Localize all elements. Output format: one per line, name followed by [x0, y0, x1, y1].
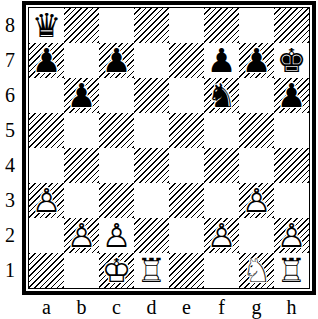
- square-d5[interactable]: [134, 113, 169, 148]
- square-b1[interactable]: [64, 253, 99, 288]
- white-pawn[interactable]: ♟♙: [204, 218, 239, 253]
- square-e6[interactable]: [169, 78, 204, 113]
- square-b8[interactable]: [64, 8, 99, 43]
- square-b5[interactable]: [64, 113, 99, 148]
- black-knight[interactable]: ♞: [204, 78, 239, 113]
- rank-label-2: 2: [1, 218, 19, 253]
- square-c4[interactable]: [99, 148, 134, 183]
- piece-glyph: ♟: [99, 43, 134, 78]
- rank-label-4: 4: [1, 148, 19, 183]
- file-label-c: c: [99, 296, 134, 319]
- piece-outline-layer: ♙: [29, 183, 64, 218]
- square-a3[interactable]: ♟♙: [29, 183, 64, 218]
- square-a6[interactable]: [29, 78, 64, 113]
- square-g4[interactable]: [239, 148, 274, 183]
- square-a5[interactable]: [29, 113, 64, 148]
- rank-label-1: 1: [1, 253, 19, 288]
- square-c7[interactable]: ♟: [99, 43, 134, 78]
- square-g8[interactable]: [239, 8, 274, 43]
- square-e8[interactable]: [169, 8, 204, 43]
- square-h7[interactable]: ♚: [274, 43, 309, 78]
- file-label-f: f: [204, 296, 239, 319]
- square-d7[interactable]: [134, 43, 169, 78]
- square-e4[interactable]: [169, 148, 204, 183]
- piece-glyph: ♟: [239, 43, 274, 78]
- square-e1[interactable]: [169, 253, 204, 288]
- white-pawn[interactable]: ♟♙: [99, 218, 134, 253]
- black-pawn[interactable]: ♟: [274, 78, 309, 113]
- white-pawn[interactable]: ♟♙: [274, 218, 309, 253]
- square-c6[interactable]: [99, 78, 134, 113]
- square-e7[interactable]: [169, 43, 204, 78]
- square-h1[interactable]: ♜♖: [274, 253, 309, 288]
- white-pawn[interactable]: ♟♙: [239, 183, 274, 218]
- file-label-e: e: [169, 296, 204, 319]
- chess-board: ♛♟♟♟♟♚♟♞♟♟♙♟♙♟♙♟♙♟♙♟♙♚♔♜♖♞♘♜♖: [28, 7, 310, 289]
- piece-outline-layer: ♖: [274, 253, 309, 288]
- piece-outline-layer: ♙: [204, 218, 239, 253]
- square-c2[interactable]: ♟♙: [99, 218, 134, 253]
- piece-glyph: ♟: [274, 78, 309, 113]
- white-pawn[interactable]: ♟♙: [64, 218, 99, 253]
- square-h6[interactable]: ♟: [274, 78, 309, 113]
- square-g2[interactable]: [239, 218, 274, 253]
- square-h5[interactable]: [274, 113, 309, 148]
- file-label-a: a: [29, 296, 64, 319]
- piece-outline-layer: ♙: [99, 218, 134, 253]
- square-a8[interactable]: ♛: [29, 8, 64, 43]
- square-h4[interactable]: [274, 148, 309, 183]
- rank-label-5: 5: [1, 113, 19, 148]
- square-c1[interactable]: ♚♔: [99, 253, 134, 288]
- square-b4[interactable]: [64, 148, 99, 183]
- square-c3[interactable]: [99, 183, 134, 218]
- file-label-b: b: [64, 296, 99, 319]
- square-f4[interactable]: [204, 148, 239, 183]
- square-f6[interactable]: ♞: [204, 78, 239, 113]
- square-f7[interactable]: ♟: [204, 43, 239, 78]
- black-pawn[interactable]: ♟: [204, 43, 239, 78]
- square-c5[interactable]: [99, 113, 134, 148]
- piece-outline-layer: ♙: [64, 218, 99, 253]
- black-pawn[interactable]: ♟: [99, 43, 134, 78]
- piece-glyph: ♟: [64, 78, 99, 113]
- square-g6[interactable]: [239, 78, 274, 113]
- square-d1[interactable]: ♜♖: [134, 253, 169, 288]
- square-a4[interactable]: [29, 148, 64, 183]
- square-d3[interactable]: [134, 183, 169, 218]
- square-f1[interactable]: [204, 253, 239, 288]
- square-f8[interactable]: [204, 8, 239, 43]
- piece-outline-layer: ♖: [134, 253, 169, 288]
- rank-label-6: 6: [1, 78, 19, 113]
- square-d4[interactable]: [134, 148, 169, 183]
- rank-label-3: 3: [1, 183, 19, 218]
- square-h3[interactable]: [274, 183, 309, 218]
- piece-outline-layer: ♙: [274, 218, 309, 253]
- piece-glyph: ♞: [204, 78, 239, 113]
- square-g1[interactable]: ♞♘: [239, 253, 274, 288]
- piece-glyph: ♟: [29, 43, 64, 78]
- black-queen[interactable]: ♛: [29, 8, 64, 43]
- square-f2[interactable]: ♟♙: [204, 218, 239, 253]
- piece-glyph: ♚: [274, 43, 309, 78]
- file-label-g: g: [239, 296, 274, 319]
- square-d2[interactable]: [134, 218, 169, 253]
- white-rook[interactable]: ♜♖: [134, 253, 169, 288]
- square-a7[interactable]: ♟: [29, 43, 64, 78]
- file-label-d: d: [134, 296, 169, 319]
- square-a1[interactable]: [29, 253, 64, 288]
- black-king[interactable]: ♚: [274, 43, 309, 78]
- square-h2[interactable]: ♟♙: [274, 218, 309, 253]
- board-frame: ♛♟♟♟♟♚♟♞♟♟♙♟♙♟♙♟♙♟♙♟♙♚♔♜♖♞♘♜♖: [22, 1, 316, 295]
- square-a2[interactable]: [29, 218, 64, 253]
- rank-label-8: 8: [1, 8, 19, 43]
- square-e5[interactable]: [169, 113, 204, 148]
- square-b7[interactable]: [64, 43, 99, 78]
- piece-outline-layer: ♘: [239, 253, 274, 288]
- rank-label-7: 7: [1, 43, 19, 78]
- piece-outline-layer: ♔: [99, 253, 134, 288]
- piece-glyph: ♛: [29, 8, 64, 43]
- square-e2[interactable]: [169, 218, 204, 253]
- black-pawn[interactable]: ♟: [239, 43, 274, 78]
- square-f3[interactable]: [204, 183, 239, 218]
- square-f5[interactable]: [204, 113, 239, 148]
- white-king[interactable]: ♚♔: [99, 253, 134, 288]
- square-g5[interactable]: [239, 113, 274, 148]
- square-d6[interactable]: [134, 78, 169, 113]
- square-g3[interactable]: ♟♙: [239, 183, 274, 218]
- square-c8[interactable]: [99, 8, 134, 43]
- file-label-h: h: [274, 296, 309, 319]
- black-pawn[interactable]: ♟: [29, 43, 64, 78]
- white-rook[interactable]: ♜♖: [274, 253, 309, 288]
- square-d8[interactable]: [134, 8, 169, 43]
- black-pawn[interactable]: ♟: [64, 78, 99, 113]
- chess-diagram: 87654321 ♛♟♟♟♟♚♟♞♟♟♙♟♙♟♙♟♙♟♙♟♙♚♔♜♖♞♘♜♖ a…: [0, 0, 318, 319]
- piece-outline-layer: ♙: [239, 183, 274, 218]
- white-knight[interactable]: ♞♘: [239, 253, 274, 288]
- piece-glyph: ♟: [204, 43, 239, 78]
- square-h8[interactable]: [274, 8, 309, 43]
- square-g7[interactable]: ♟: [239, 43, 274, 78]
- square-b3[interactable]: [64, 183, 99, 218]
- white-pawn[interactable]: ♟♙: [29, 183, 64, 218]
- square-e3[interactable]: [169, 183, 204, 218]
- square-b6[interactable]: ♟: [64, 78, 99, 113]
- square-b2[interactable]: ♟♙: [64, 218, 99, 253]
